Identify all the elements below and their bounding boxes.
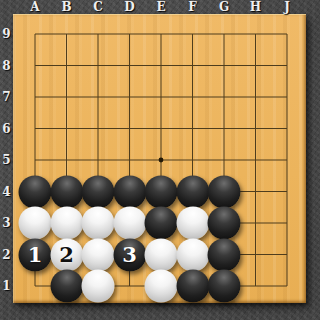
column-label-J: J bbox=[278, 0, 296, 14]
stone-white-C1 bbox=[82, 270, 115, 303]
stone-black-F4 bbox=[176, 175, 209, 208]
intersection-A2[interactable]: 1 bbox=[19, 239, 51, 271]
intersection-D2[interactable]: 3 bbox=[114, 239, 146, 271]
intersection-D5[interactable] bbox=[114, 144, 146, 176]
intersection-A5[interactable] bbox=[19, 144, 51, 176]
intersection-E9[interactable] bbox=[145, 18, 177, 50]
stone-black-D4 bbox=[113, 175, 146, 208]
intersection-E3[interactable] bbox=[145, 207, 177, 239]
stone-black-A2: 1 bbox=[19, 238, 52, 271]
column-label-G: G bbox=[215, 0, 233, 14]
stone-black-E4 bbox=[145, 175, 178, 208]
stone-black-B1 bbox=[50, 270, 83, 303]
intersection-G1[interactable] bbox=[208, 270, 240, 302]
row-label-7: 7 bbox=[0, 90, 13, 104]
intersection-C6[interactable] bbox=[82, 113, 114, 145]
intersection-D8[interactable] bbox=[114, 50, 146, 82]
intersection-A9[interactable] bbox=[19, 18, 51, 50]
intersection-B1[interactable] bbox=[51, 270, 83, 302]
intersection-F5[interactable] bbox=[177, 144, 209, 176]
stone-black-G3 bbox=[208, 207, 241, 240]
intersection-J9[interactable] bbox=[271, 18, 303, 50]
row-label-6: 6 bbox=[0, 122, 13, 136]
intersection-B6[interactable] bbox=[51, 113, 83, 145]
intersection-G3[interactable] bbox=[208, 207, 240, 239]
intersection-D4[interactable] bbox=[114, 176, 146, 208]
intersection-B8[interactable] bbox=[51, 50, 83, 82]
row-label-2: 2 bbox=[0, 248, 13, 262]
intersection-H8[interactable] bbox=[240, 50, 272, 82]
column-label-E: E bbox=[152, 0, 170, 14]
stone-black-B4 bbox=[50, 175, 83, 208]
intersection-A1[interactable] bbox=[19, 270, 51, 302]
intersection-G9[interactable] bbox=[208, 18, 240, 50]
intersection-H3[interactable] bbox=[240, 207, 272, 239]
row-label-3: 3 bbox=[0, 216, 13, 230]
intersection-A8[interactable] bbox=[19, 50, 51, 82]
intersection-G2[interactable] bbox=[208, 239, 240, 271]
intersection-E4[interactable] bbox=[145, 176, 177, 208]
stone-white-F3 bbox=[176, 207, 209, 240]
stone-white-E1 bbox=[145, 270, 178, 303]
intersection-E7[interactable] bbox=[145, 81, 177, 113]
move-label-2: 2 bbox=[59, 243, 74, 266]
stone-white-C2 bbox=[82, 238, 115, 271]
stone-black-G1 bbox=[208, 270, 241, 303]
stone-white-E2 bbox=[145, 238, 178, 271]
intersection-F9[interactable] bbox=[177, 18, 209, 50]
intersection-A3[interactable] bbox=[19, 207, 51, 239]
intersection-F4[interactable] bbox=[177, 176, 209, 208]
stone-black-G4 bbox=[208, 175, 241, 208]
intersection-J1[interactable] bbox=[271, 270, 303, 302]
intersection-J3[interactable] bbox=[271, 207, 303, 239]
column-label-H: H bbox=[247, 0, 265, 14]
row-label-1: 1 bbox=[0, 279, 13, 293]
go-board: 123 bbox=[13, 14, 306, 303]
move-label-1: 1 bbox=[28, 243, 43, 266]
column-label-C: C bbox=[89, 0, 107, 14]
board-grid: 123 bbox=[19, 18, 303, 302]
intersection-J7[interactable] bbox=[271, 81, 303, 113]
column-label-B: B bbox=[58, 0, 76, 14]
intersection-J8[interactable] bbox=[271, 50, 303, 82]
stone-white-D3 bbox=[113, 207, 146, 240]
intersection-E6[interactable] bbox=[145, 113, 177, 145]
intersection-B5[interactable] bbox=[51, 144, 83, 176]
intersection-H6[interactable] bbox=[240, 113, 272, 145]
intersection-H2[interactable] bbox=[240, 239, 272, 271]
stone-black-G2 bbox=[208, 238, 241, 271]
intersection-J2[interactable] bbox=[271, 239, 303, 271]
intersection-D3[interactable] bbox=[114, 207, 146, 239]
intersection-D9[interactable] bbox=[114, 18, 146, 50]
intersection-C1[interactable] bbox=[82, 270, 114, 302]
stone-white-A3 bbox=[19, 207, 52, 240]
intersection-D6[interactable] bbox=[114, 113, 146, 145]
intersection-B9[interactable] bbox=[51, 18, 83, 50]
stone-black-D2: 3 bbox=[113, 238, 146, 271]
row-label-8: 8 bbox=[0, 59, 13, 73]
intersection-A6[interactable] bbox=[19, 113, 51, 145]
intersection-G5[interactable] bbox=[208, 144, 240, 176]
intersection-C8[interactable] bbox=[82, 50, 114, 82]
intersection-C7[interactable] bbox=[82, 81, 114, 113]
intersection-F1[interactable] bbox=[177, 270, 209, 302]
intersection-C4[interactable] bbox=[82, 176, 114, 208]
intersection-A7[interactable] bbox=[19, 81, 51, 113]
row-label-9: 9 bbox=[0, 27, 13, 41]
intersection-J4[interactable] bbox=[271, 176, 303, 208]
intersection-F7[interactable] bbox=[177, 81, 209, 113]
intersection-H4[interactable] bbox=[240, 176, 272, 208]
row-label-4: 4 bbox=[0, 185, 13, 199]
stone-white-C3 bbox=[82, 207, 115, 240]
intersection-D7[interactable] bbox=[114, 81, 146, 113]
column-label-D: D bbox=[121, 0, 139, 14]
intersection-B2[interactable]: 2 bbox=[51, 239, 83, 271]
stone-black-C4 bbox=[82, 175, 115, 208]
move-label-3: 3 bbox=[122, 243, 137, 266]
intersection-H7[interactable] bbox=[240, 81, 272, 113]
intersection-C2[interactable] bbox=[82, 239, 114, 271]
go-board-scene: 123 ABCDEFGHJ 987654321 bbox=[0, 0, 320, 320]
intersection-B3[interactable] bbox=[51, 207, 83, 239]
intersection-D1[interactable] bbox=[114, 270, 146, 302]
intersection-J6[interactable] bbox=[271, 113, 303, 145]
column-label-F: F bbox=[184, 0, 202, 14]
stone-white-B3 bbox=[50, 207, 83, 240]
intersection-H9[interactable] bbox=[240, 18, 272, 50]
intersection-F3[interactable] bbox=[177, 207, 209, 239]
intersection-H1[interactable] bbox=[240, 270, 272, 302]
intersection-C9[interactable] bbox=[82, 18, 114, 50]
stone-white-F2 bbox=[176, 238, 209, 271]
intersection-G4[interactable] bbox=[208, 176, 240, 208]
stone-black-E3 bbox=[145, 207, 178, 240]
intersection-E5[interactable] bbox=[145, 144, 177, 176]
stone-white-B2: 2 bbox=[50, 238, 83, 271]
intersection-J5[interactable] bbox=[271, 144, 303, 176]
stone-black-A4 bbox=[19, 175, 52, 208]
intersection-E1[interactable] bbox=[145, 270, 177, 302]
intersection-G6[interactable] bbox=[208, 113, 240, 145]
intersection-B7[interactable] bbox=[51, 81, 83, 113]
intersection-F8[interactable] bbox=[177, 50, 209, 82]
row-label-5: 5 bbox=[0, 153, 13, 167]
intersection-G8[interactable] bbox=[208, 50, 240, 82]
intersection-C5[interactable] bbox=[82, 144, 114, 176]
intersection-H5[interactable] bbox=[240, 144, 272, 176]
intersection-B4[interactable] bbox=[51, 176, 83, 208]
intersection-F2[interactable] bbox=[177, 239, 209, 271]
intersection-C3[interactable] bbox=[82, 207, 114, 239]
intersection-F6[interactable] bbox=[177, 113, 209, 145]
stone-black-F1 bbox=[176, 270, 209, 303]
intersection-G7[interactable] bbox=[208, 81, 240, 113]
column-label-A: A bbox=[26, 0, 44, 14]
intersection-A4[interactable] bbox=[19, 176, 51, 208]
intersection-E8[interactable] bbox=[145, 50, 177, 82]
intersection-E2[interactable] bbox=[145, 239, 177, 271]
